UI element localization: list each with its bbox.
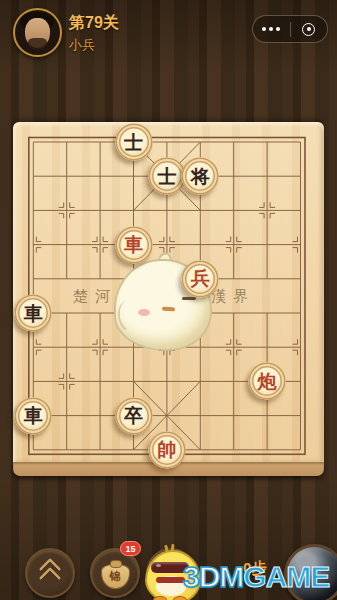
- more-icon: [262, 27, 280, 31]
- level-subtitle: 小兵: [69, 36, 95, 54]
- piece-red-soldier[interactable]: 兵: [182, 260, 219, 297]
- collapse-button[interactable]: [25, 548, 75, 598]
- player-avatar[interactable]: [13, 8, 62, 57]
- mascot-foot: [153, 596, 167, 600]
- piece-red-general[interactable]: 帥: [148, 431, 185, 468]
- close-minimize-button[interactable]: [291, 16, 328, 42]
- watermark-game: GAME: [243, 560, 329, 593]
- level-title: 第79关: [69, 13, 119, 34]
- mascot-closed-eye: [182, 297, 196, 300]
- piece-black-advisor[interactable]: 士: [115, 124, 152, 161]
- target-icon: [302, 23, 315, 36]
- piece-black-advisor[interactable]: 士: [148, 158, 185, 195]
- piece-black-general[interactable]: 将: [182, 158, 219, 195]
- piece-red-chariot[interactable]: 車: [115, 226, 152, 263]
- piece-black-chariot[interactable]: 車: [15, 397, 52, 434]
- river-label-left: 楚河: [73, 287, 117, 306]
- xiangqi-board[interactable]: 楚河 漢界 士士将車兵車炮車卒帥: [13, 122, 324, 476]
- river-label-right: 漢界: [211, 287, 255, 306]
- mascot-foot: [173, 596, 187, 600]
- more-button[interactable]: [253, 16, 290, 42]
- piece-black-soldier[interactable]: 卒: [115, 397, 152, 434]
- site-watermark: 3DMGAME: [183, 560, 329, 594]
- mascot-blush: [138, 309, 150, 316]
- wechat-capsule: [252, 15, 328, 43]
- watermark-3dm: 3DM: [183, 560, 243, 593]
- mascot-small-mouth: [156, 577, 185, 583]
- hint-count-badge: 15: [120, 541, 141, 556]
- mascot-beak: [162, 307, 175, 312]
- piece-red-cannon[interactable]: 炮: [249, 363, 286, 400]
- money-bag-icon: 锦: [101, 564, 130, 589]
- piece-black-chariot[interactable]: 車: [15, 295, 52, 332]
- avatar-beard: [28, 38, 47, 50]
